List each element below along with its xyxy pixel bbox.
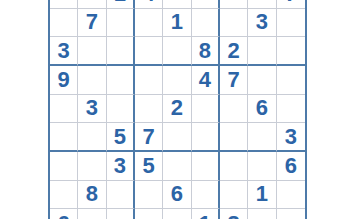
cell-r2c5[interactable]: 1 bbox=[163, 9, 191, 38]
cell-r1c2[interactable] bbox=[78, 0, 106, 9]
cell-r3c3[interactable] bbox=[107, 37, 135, 66]
cell-r5c8[interactable]: 6 bbox=[248, 95, 276, 124]
cell-r4c9[interactable] bbox=[277, 66, 305, 95]
cell-r5c6[interactable] bbox=[192, 95, 220, 124]
cell-r6c1[interactable] bbox=[50, 123, 78, 152]
cell-r1c8[interactable] bbox=[248, 0, 276, 9]
cell-r9c8[interactable] bbox=[248, 209, 276, 219]
cell-r3c6[interactable]: 8 bbox=[192, 37, 220, 66]
cell-r5c5[interactable]: 2 bbox=[163, 95, 191, 124]
cell-r9c6[interactable]: 1 bbox=[192, 209, 220, 219]
cell-r3c7[interactable]: 2 bbox=[220, 37, 248, 66]
cell-r4c6[interactable]: 4 bbox=[192, 66, 220, 95]
cell-r2c8[interactable]: 3 bbox=[248, 9, 276, 38]
cell-r7c4[interactable]: 5 bbox=[135, 152, 163, 181]
cell-r2c1[interactable] bbox=[50, 9, 78, 38]
cell-r8c1[interactable] bbox=[50, 181, 78, 210]
cell-r1c1[interactable] bbox=[50, 0, 78, 9]
cell-r3c2[interactable] bbox=[78, 37, 106, 66]
cell-r5c4[interactable] bbox=[135, 95, 163, 124]
cell-r1c5[interactable] bbox=[163, 0, 191, 9]
cell-r6c7[interactable] bbox=[220, 123, 248, 152]
cell-r4c8[interactable] bbox=[248, 66, 276, 95]
sudoku-screenshot: 147713382947326573356861613 bbox=[0, 0, 351, 219]
cell-r4c4[interactable] bbox=[135, 66, 163, 95]
cell-r2c3[interactable] bbox=[107, 9, 135, 38]
cell-r4c1[interactable]: 9 bbox=[50, 66, 78, 95]
cell-r2c2[interactable]: 7 bbox=[78, 9, 106, 38]
cell-r7c9[interactable]: 6 bbox=[277, 152, 305, 181]
cell-r2c9[interactable] bbox=[277, 9, 305, 38]
cell-r8c9[interactable] bbox=[277, 181, 305, 210]
cell-r3c9[interactable] bbox=[277, 37, 305, 66]
cell-r9c3[interactable] bbox=[107, 209, 135, 219]
cell-r4c2[interactable] bbox=[78, 66, 106, 95]
cell-r2c6[interactable] bbox=[192, 9, 220, 38]
cell-r7c8[interactable] bbox=[248, 152, 276, 181]
cell-r9c2[interactable] bbox=[78, 209, 106, 219]
cell-r7c1[interactable] bbox=[50, 152, 78, 181]
cell-r3c8[interactable] bbox=[248, 37, 276, 66]
cell-r2c7[interactable] bbox=[220, 9, 248, 38]
cell-r6c9[interactable]: 3 bbox=[277, 123, 305, 152]
cell-r9c4[interactable] bbox=[135, 209, 163, 219]
cell-r9c7[interactable]: 3 bbox=[220, 209, 248, 219]
cell-r6c3[interactable]: 5 bbox=[107, 123, 135, 152]
cell-r4c5[interactable] bbox=[163, 66, 191, 95]
cell-r7c3[interactable]: 3 bbox=[107, 152, 135, 181]
cell-r8c3[interactable] bbox=[107, 181, 135, 210]
cell-r8c5[interactable]: 6 bbox=[163, 181, 191, 210]
cell-r1c9[interactable]: 7 bbox=[277, 0, 305, 9]
cell-r5c2[interactable]: 3 bbox=[78, 95, 106, 124]
cell-r6c8[interactable] bbox=[248, 123, 276, 152]
cell-r1c7[interactable] bbox=[220, 0, 248, 9]
cell-r1c6[interactable] bbox=[192, 0, 220, 9]
cell-r7c2[interactable] bbox=[78, 152, 106, 181]
cell-r5c9[interactable] bbox=[277, 95, 305, 124]
sudoku-board: 147713382947326573356861613 bbox=[48, 0, 307, 219]
cell-r2c4[interactable] bbox=[135, 9, 163, 38]
cell-r5c3[interactable] bbox=[107, 95, 135, 124]
cell-r8c4[interactable] bbox=[135, 181, 163, 210]
cell-r7c7[interactable] bbox=[220, 152, 248, 181]
cell-r3c4[interactable] bbox=[135, 37, 163, 66]
cell-r6c4[interactable]: 7 bbox=[135, 123, 163, 152]
cell-r6c6[interactable] bbox=[192, 123, 220, 152]
cell-r3c5[interactable] bbox=[163, 37, 191, 66]
cell-r1c4[interactable]: 4 bbox=[135, 0, 163, 9]
cell-r6c2[interactable] bbox=[78, 123, 106, 152]
cell-r8c8[interactable]: 1 bbox=[248, 181, 276, 210]
cell-r7c6[interactable] bbox=[192, 152, 220, 181]
cell-r9c5[interactable] bbox=[163, 209, 191, 219]
cell-r4c3[interactable] bbox=[107, 66, 135, 95]
cell-r8c6[interactable] bbox=[192, 181, 220, 210]
cell-r6c5[interactable] bbox=[163, 123, 191, 152]
cell-r3c1[interactable]: 3 bbox=[50, 37, 78, 66]
cell-r8c7[interactable] bbox=[220, 181, 248, 210]
cell-r1c3[interactable]: 1 bbox=[107, 0, 135, 9]
cell-r8c2[interactable]: 8 bbox=[78, 181, 106, 210]
cell-r4c7[interactable]: 7 bbox=[220, 66, 248, 95]
cell-r5c1[interactable] bbox=[50, 95, 78, 124]
cell-r9c1[interactable]: 6 bbox=[50, 209, 78, 219]
cell-r9c9[interactable] bbox=[277, 209, 305, 219]
cell-r5c7[interactable] bbox=[220, 95, 248, 124]
cell-r7c5[interactable] bbox=[163, 152, 191, 181]
